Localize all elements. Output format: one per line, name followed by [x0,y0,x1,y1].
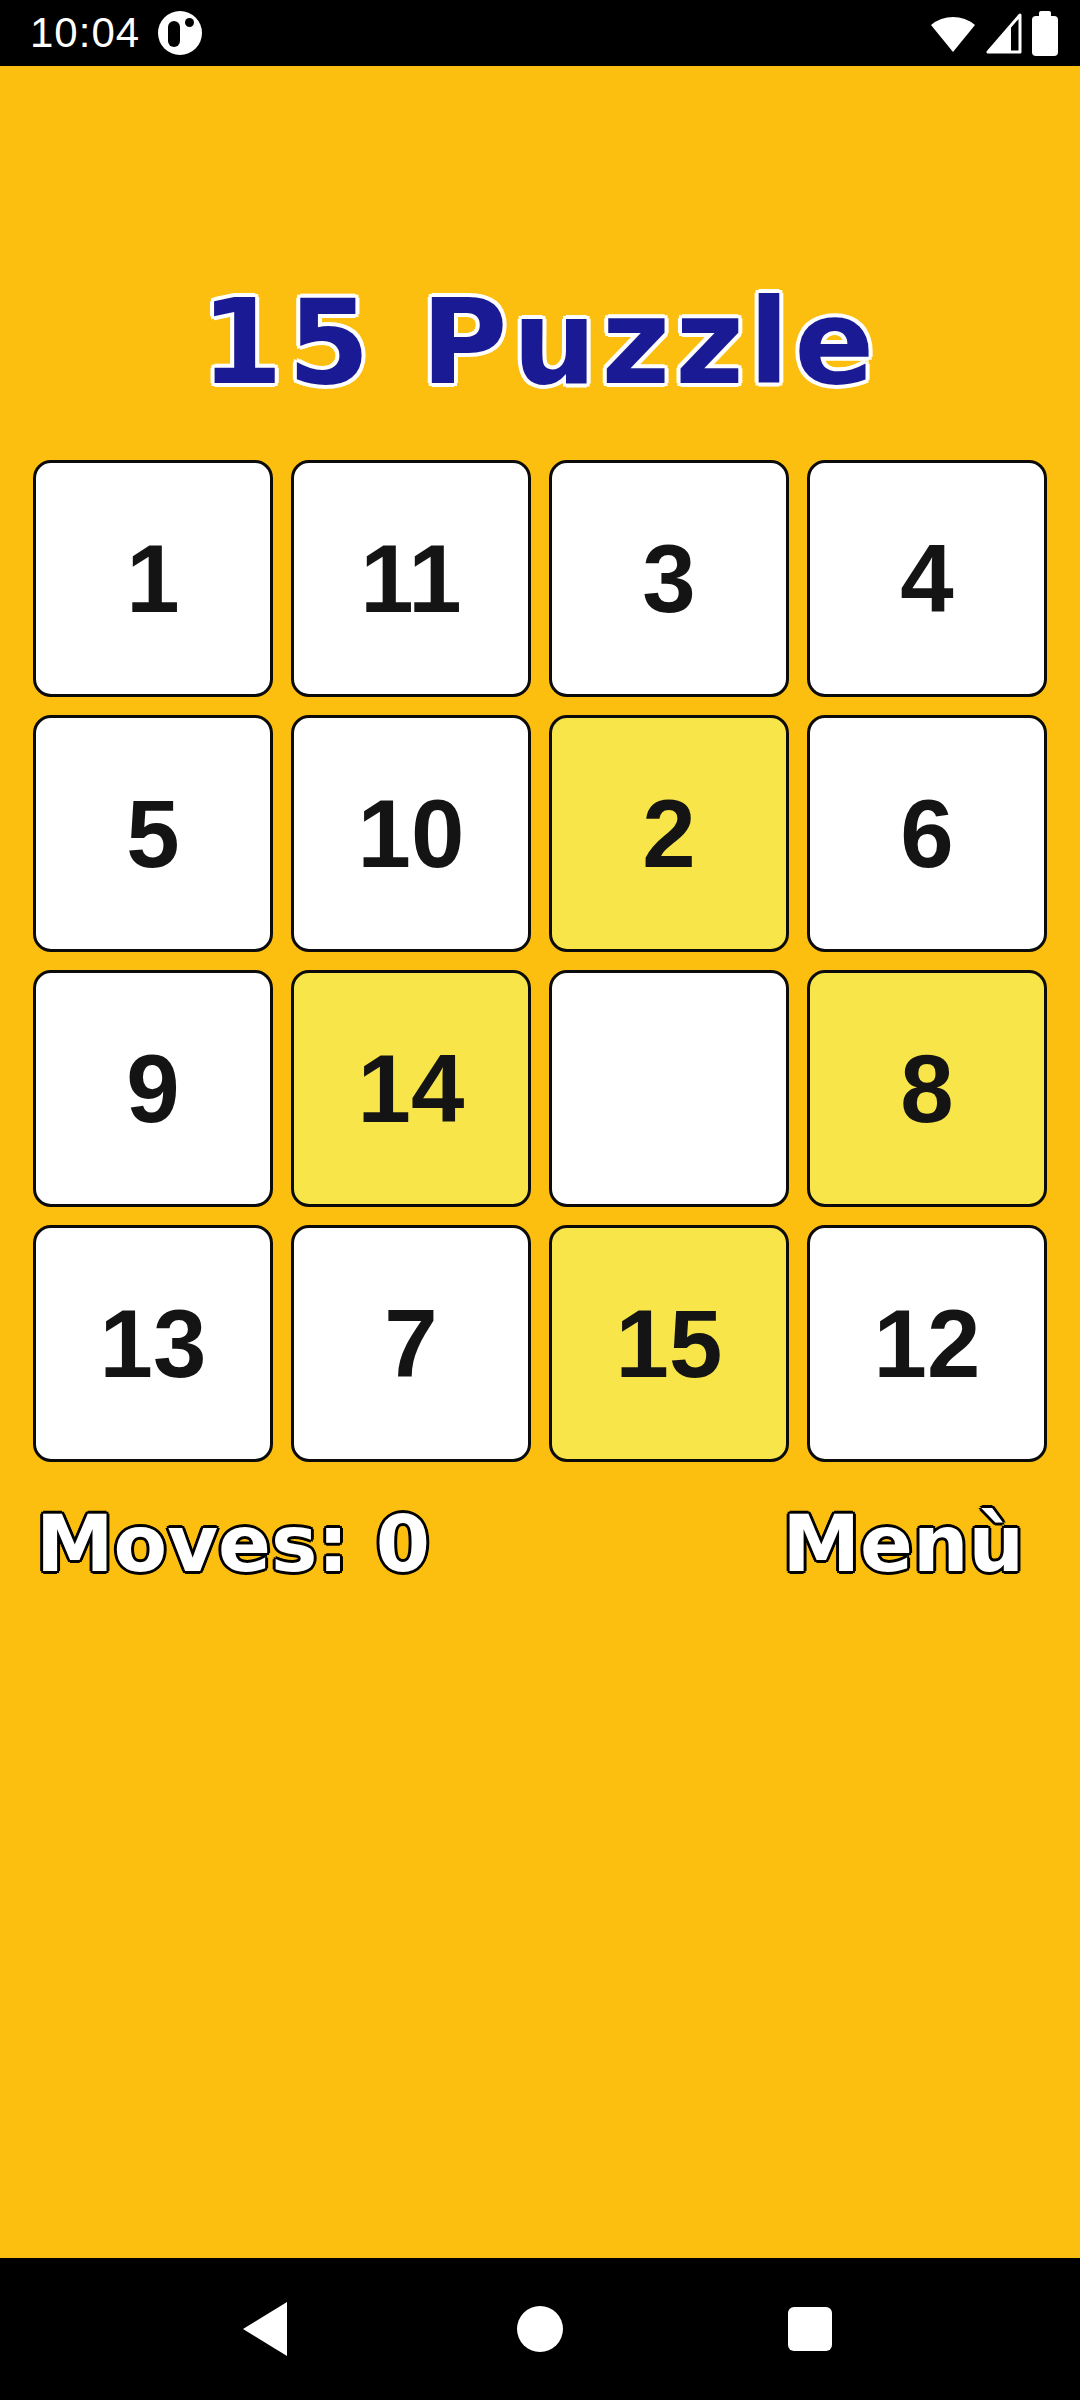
tile-15[interactable]: 15 [549,1225,789,1462]
recents-icon [788,2307,832,2351]
home-button[interactable] [495,2258,585,2400]
page-title: 15 Puzzle [0,272,1080,414]
tile-14[interactable]: 14 [291,970,531,1207]
recents-button[interactable] [765,2258,855,2400]
board: 111345102691481371512 [33,460,1047,1462]
tile-8[interactable]: 8 [807,970,1047,1207]
tile-11[interactable]: 11 [291,460,531,697]
menu-button[interactable]: Menù [782,1498,1024,1592]
tile-3[interactable]: 3 [549,460,789,697]
tile-9[interactable]: 9 [33,970,273,1207]
home-icon [517,2306,563,2352]
notification-icon-dot [185,18,194,27]
tile-10[interactable]: 10 [291,715,531,952]
back-icon [243,2302,287,2356]
tile-7[interactable]: 7 [291,1225,531,1462]
battery-icon [1032,16,1058,56]
empty-cell [549,970,789,1207]
tile-12[interactable]: 12 [807,1225,1047,1462]
wifi-icon [930,12,976,54]
signal-icon [985,11,1023,55]
back-button[interactable] [220,2258,310,2400]
moves-counter: Moves: 0 [36,1498,430,1592]
tile-4[interactable]: 4 [807,460,1047,697]
tile-5[interactable]: 5 [33,715,273,952]
app-notification-icon [158,11,202,55]
phone-screen: 10:04 15 Puzzle 111345102691481371512 Mo… [0,0,1080,2400]
tile-1[interactable]: 1 [33,460,273,697]
navigation-bar [0,2258,1080,2400]
status-bar: 10:04 [0,0,1080,66]
status-bar-icons [930,0,1058,66]
notification-icon-pill [168,21,180,47]
clock: 10:04 [30,0,140,66]
tile-13[interactable]: 13 [33,1225,273,1462]
tile-6[interactable]: 6 [807,715,1047,952]
tile-2[interactable]: 2 [549,715,789,952]
